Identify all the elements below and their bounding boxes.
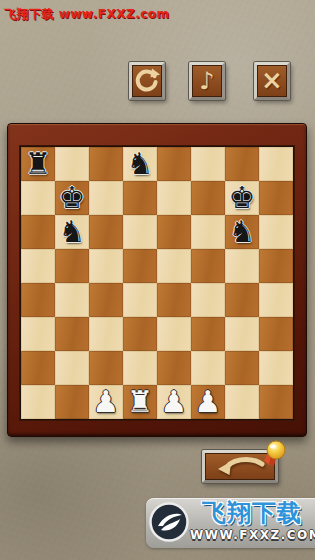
square-f8[interactable] bbox=[191, 147, 225, 181]
square-g8[interactable] bbox=[225, 147, 259, 181]
restart-button[interactable] bbox=[129, 62, 165, 100]
square-g5[interactable] bbox=[225, 249, 259, 283]
square-b1[interactable] bbox=[55, 385, 89, 419]
square-a4[interactable] bbox=[21, 283, 55, 317]
square-d1[interactable]: ♜ bbox=[123, 385, 157, 419]
square-a6[interactable] bbox=[21, 215, 55, 249]
restart-icon bbox=[134, 67, 160, 96]
piece-black-rook[interactable]: ♜ bbox=[25, 149, 52, 179]
square-g2[interactable] bbox=[225, 351, 259, 385]
close-button[interactable]: × bbox=[254, 62, 290, 100]
square-d7[interactable] bbox=[123, 181, 157, 215]
square-e2[interactable] bbox=[157, 351, 191, 385]
app-screen: 飞翔下载 www.FXXZ.com ♪ × ♜♞♚♚♞♞♟♜♟♟ bbox=[0, 0, 315, 560]
piece-white-pawn[interactable]: ♟ bbox=[195, 387, 222, 417]
square-d4[interactable] bbox=[123, 283, 157, 317]
square-a2[interactable] bbox=[21, 351, 55, 385]
square-c5[interactable] bbox=[89, 249, 123, 283]
square-c6[interactable] bbox=[89, 215, 123, 249]
square-h2[interactable] bbox=[259, 351, 293, 385]
square-e3[interactable] bbox=[157, 317, 191, 351]
square-f3[interactable] bbox=[191, 317, 225, 351]
square-h5[interactable] bbox=[259, 249, 293, 283]
music-note-icon: ♪ bbox=[199, 69, 214, 93]
square-a5[interactable] bbox=[21, 249, 55, 283]
square-c1[interactable]: ♟ bbox=[89, 385, 123, 419]
piece-white-pawn[interactable]: ♟ bbox=[161, 387, 188, 417]
square-c3[interactable] bbox=[89, 317, 123, 351]
square-f7[interactable] bbox=[191, 181, 225, 215]
chess-board-frame: ♜♞♚♚♞♞♟♜♟♟ bbox=[7, 123, 307, 437]
piece-black-knight[interactable]: ♞ bbox=[127, 149, 154, 179]
square-g3[interactable] bbox=[225, 317, 259, 351]
piece-white-pawn[interactable]: ♟ bbox=[93, 387, 120, 417]
square-c4[interactable] bbox=[89, 283, 123, 317]
square-g6[interactable]: ♞ bbox=[225, 215, 259, 249]
piece-black-knight[interactable]: ♞ bbox=[59, 217, 86, 247]
square-f4[interactable] bbox=[191, 283, 225, 317]
square-b6[interactable]: ♞ bbox=[55, 215, 89, 249]
undo-arrow-icon bbox=[212, 453, 268, 480]
piece-black-king[interactable]: ♚ bbox=[59, 183, 86, 213]
square-g7[interactable]: ♚ bbox=[225, 181, 259, 215]
square-h6[interactable] bbox=[259, 215, 293, 249]
chess-board: ♜♞♚♚♞♞♟♜♟♟ bbox=[20, 146, 294, 420]
piece-black-king[interactable]: ♚ bbox=[229, 183, 256, 213]
square-a3[interactable] bbox=[21, 317, 55, 351]
square-e4[interactable] bbox=[157, 283, 191, 317]
square-a8[interactable]: ♜ bbox=[21, 147, 55, 181]
square-g4[interactable] bbox=[225, 283, 259, 317]
square-e8[interactable] bbox=[157, 147, 191, 181]
square-h8[interactable] bbox=[259, 147, 293, 181]
square-b2[interactable] bbox=[55, 351, 89, 385]
square-e7[interactable] bbox=[157, 181, 191, 215]
square-a1[interactable] bbox=[21, 385, 55, 419]
square-g1[interactable] bbox=[225, 385, 259, 419]
square-b7[interactable]: ♚ bbox=[55, 181, 89, 215]
square-d8[interactable]: ♞ bbox=[123, 147, 157, 181]
square-c2[interactable] bbox=[89, 351, 123, 385]
square-e6[interactable] bbox=[157, 215, 191, 249]
site-url-text: WWW.FXXZ.COM bbox=[190, 528, 314, 542]
square-h4[interactable] bbox=[259, 283, 293, 317]
square-f6[interactable] bbox=[191, 215, 225, 249]
site-name-text: 飞翔下载 bbox=[192, 500, 312, 526]
square-b8[interactable] bbox=[55, 147, 89, 181]
square-d6[interactable] bbox=[123, 215, 157, 249]
square-h3[interactable] bbox=[259, 317, 293, 351]
top-watermark-text: 飞翔下载 www.FXXZ.com bbox=[4, 6, 170, 23]
square-f5[interactable] bbox=[191, 249, 225, 283]
close-icon: × bbox=[261, 67, 283, 93]
square-b3[interactable] bbox=[55, 317, 89, 351]
undo-move-button[interactable] bbox=[202, 450, 278, 483]
square-h7[interactable] bbox=[259, 181, 293, 215]
square-e1[interactable]: ♟ bbox=[157, 385, 191, 419]
piece-white-rook[interactable]: ♜ bbox=[127, 387, 154, 417]
piece-black-knight[interactable]: ♞ bbox=[229, 217, 256, 247]
square-b5[interactable] bbox=[55, 249, 89, 283]
square-d3[interactable] bbox=[123, 317, 157, 351]
music-toggle-button[interactable]: ♪ bbox=[189, 62, 225, 100]
square-f2[interactable] bbox=[191, 351, 225, 385]
square-c7[interactable] bbox=[89, 181, 123, 215]
square-a7[interactable] bbox=[21, 181, 55, 215]
square-b4[interactable] bbox=[55, 283, 89, 317]
fxxz-logo-icon bbox=[149, 502, 189, 542]
square-h1[interactable] bbox=[259, 385, 293, 419]
square-c8[interactable] bbox=[89, 147, 123, 181]
square-d2[interactable] bbox=[123, 351, 157, 385]
square-e5[interactable] bbox=[157, 249, 191, 283]
square-f1[interactable]: ♟ bbox=[191, 385, 225, 419]
bottom-watermark-banner: 飞翔下载 WWW.FXXZ.COM bbox=[146, 498, 315, 548]
square-d5[interactable] bbox=[123, 249, 157, 283]
